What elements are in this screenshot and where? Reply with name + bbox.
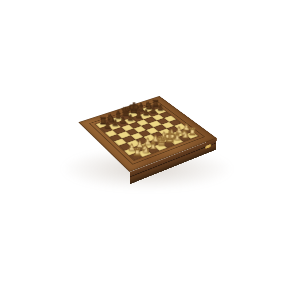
black-pawn: ♟ xyxy=(119,116,127,124)
black-pawn: ♟ xyxy=(127,114,134,122)
black-pawn: ♟ xyxy=(135,111,142,119)
black-pawn: ♟ xyxy=(150,106,157,114)
white-rook: ♜ xyxy=(132,147,141,157)
black-pawn: ♟ xyxy=(142,109,149,117)
board-square: ♜ xyxy=(129,152,143,160)
board-square xyxy=(121,124,134,131)
black-pawn: ♟ xyxy=(103,121,111,129)
product-photo: ♜♞♝♛♚♝♞♜♟♟♟♟♟♟♟♟♟♟♟♟♟♟♟♟♜♞♝♛♚♝♞♜ xyxy=(0,0,300,288)
black-pawn: ♟ xyxy=(111,119,119,127)
black-pawn: ♟ xyxy=(157,104,164,112)
